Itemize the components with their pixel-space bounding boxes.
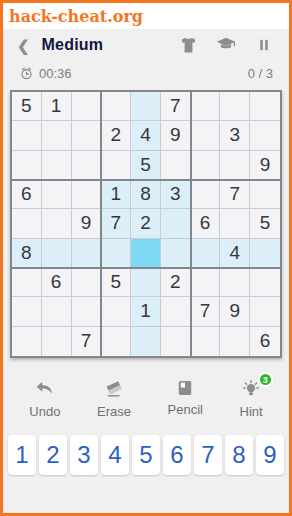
sudoku-cell[interactable] bbox=[101, 239, 131, 268]
sudoku-cell[interactable] bbox=[12, 297, 42, 326]
eraser-icon bbox=[103, 378, 125, 400]
numpad-button-6[interactable]: 6 bbox=[163, 435, 191, 475]
sudoku-cell[interactable] bbox=[191, 239, 221, 268]
sudoku-cell[interactable] bbox=[250, 268, 280, 297]
sudoku-cell[interactable] bbox=[72, 268, 102, 297]
numpad-button-9[interactable]: 9 bbox=[256, 435, 284, 475]
sudoku-cell[interactable]: 1 bbox=[101, 180, 131, 209]
sudoku-cell[interactable] bbox=[101, 92, 131, 121]
sudoku-cell[interactable]: 8 bbox=[131, 180, 161, 209]
sudoku-cell[interactable] bbox=[161, 209, 191, 238]
sudoku-cell[interactable] bbox=[72, 180, 102, 209]
tshirt-icon bbox=[178, 35, 199, 56]
sudoku-cell[interactable] bbox=[161, 327, 191, 356]
sudoku-cell[interactable] bbox=[250, 297, 280, 326]
sudoku-cell[interactable] bbox=[220, 151, 250, 180]
back-chevron-icon: ❮ bbox=[17, 38, 30, 53]
sudoku-cell[interactable]: 5 bbox=[250, 209, 280, 238]
sudoku-cell[interactable] bbox=[161, 151, 191, 180]
sudoku-cell[interactable] bbox=[12, 209, 42, 238]
sudoku-cell[interactable] bbox=[72, 239, 102, 268]
sudoku-cell[interactable] bbox=[101, 327, 131, 356]
sudoku-cell[interactable] bbox=[220, 92, 250, 121]
undo-label: Undo bbox=[29, 404, 60, 419]
sudoku-cell[interactable]: 5 bbox=[12, 92, 42, 121]
sudoku-cell[interactable] bbox=[72, 151, 102, 180]
sudoku-cell[interactable]: 7 bbox=[72, 327, 102, 356]
sudoku-cell[interactable] bbox=[12, 151, 42, 180]
sudoku-cell[interactable]: 3 bbox=[220, 121, 250, 150]
back-button[interactable]: ❮ bbox=[17, 38, 30, 53]
site-banner: hack-cheat.org bbox=[3, 3, 289, 29]
sudoku-cell[interactable]: 2 bbox=[161, 268, 191, 297]
sudoku-cell[interactable] bbox=[42, 180, 72, 209]
sudoku-board: 51724935961837972658465217976 bbox=[10, 90, 282, 358]
timer: 00:36 bbox=[19, 66, 72, 81]
sudoku-cell[interactable] bbox=[42, 151, 72, 180]
sudoku-cell[interactable]: 1 bbox=[131, 297, 161, 326]
sudoku-cell[interactable] bbox=[131, 239, 161, 268]
sudoku-cell[interactable] bbox=[72, 92, 102, 121]
numpad-button-4[interactable]: 4 bbox=[101, 435, 129, 475]
timer-value: 00:36 bbox=[39, 66, 72, 81]
sudoku-cell[interactable]: 2 bbox=[101, 121, 131, 150]
grid-box-line bbox=[12, 267, 280, 269]
grid-box-line bbox=[190, 92, 192, 356]
sudoku-cell[interactable]: 1 bbox=[42, 92, 72, 121]
numpad-button-8[interactable]: 8 bbox=[225, 435, 253, 475]
sudoku-cell[interactable]: 7 bbox=[191, 297, 221, 326]
number-pad: 123456789 bbox=[3, 435, 289, 475]
sudoku-cell[interactable] bbox=[220, 327, 250, 356]
erase-button[interactable]: Erase bbox=[97, 378, 131, 419]
theme-button[interactable] bbox=[177, 34, 199, 56]
sudoku-cell[interactable]: 9 bbox=[72, 209, 102, 238]
sudoku-cell[interactable] bbox=[72, 121, 102, 150]
hint-label: Hint bbox=[240, 404, 263, 419]
pencil-label: Pencil bbox=[168, 402, 203, 417]
grid-box-line bbox=[12, 179, 280, 181]
numpad-button-2[interactable]: 2 bbox=[39, 435, 67, 475]
header: ❮ Medium bbox=[3, 29, 289, 61]
pause-icon bbox=[255, 36, 273, 54]
sudoku-cell[interactable] bbox=[191, 327, 221, 356]
sudoku-cell[interactable]: 4 bbox=[131, 121, 161, 150]
sudoku-cell[interactable]: 6 bbox=[250, 327, 280, 356]
sudoku-cell[interactable] bbox=[42, 121, 72, 150]
pause-button[interactable] bbox=[253, 34, 275, 56]
sudoku-cell[interactable] bbox=[250, 92, 280, 121]
graduation-cap-icon bbox=[215, 34, 237, 56]
sudoku-cell[interactable] bbox=[42, 209, 72, 238]
sudoku-cell[interactable] bbox=[161, 297, 191, 326]
sudoku-cell[interactable] bbox=[191, 121, 221, 150]
pencil-button[interactable]: Pencil bbox=[168, 378, 203, 419]
sudoku-cell[interactable]: 2 bbox=[131, 209, 161, 238]
site-banner-text: hack-cheat.org bbox=[9, 7, 143, 26]
undo-icon bbox=[34, 378, 56, 400]
sudoku-cell[interactable] bbox=[12, 268, 42, 297]
sudoku-cell[interactable] bbox=[250, 180, 280, 209]
numpad-button-5[interactable]: 5 bbox=[132, 435, 160, 475]
difficulty-title: Medium bbox=[42, 36, 104, 54]
hint-button[interactable]: 3 Hint bbox=[240, 378, 263, 419]
status-row: 00:36 0 / 3 bbox=[3, 61, 289, 85]
sudoku-cell[interactable]: 9 bbox=[250, 151, 280, 180]
sudoku-cell[interactable] bbox=[101, 297, 131, 326]
sudoku-cell[interactable] bbox=[191, 92, 221, 121]
sudoku-cell[interactable]: 4 bbox=[220, 239, 250, 268]
numpad-button-1[interactable]: 1 bbox=[8, 435, 36, 475]
sudoku-cell[interactable] bbox=[220, 268, 250, 297]
sudoku-cell[interactable]: 7 bbox=[161, 92, 191, 121]
sudoku-cell[interactable]: 7 bbox=[220, 180, 250, 209]
numpad-button-7[interactable]: 7 bbox=[194, 435, 222, 475]
sudoku-cell[interactable] bbox=[42, 239, 72, 268]
sudoku-cell[interactable] bbox=[131, 327, 161, 356]
mistakes-counter: 0 / 3 bbox=[248, 66, 273, 81]
sudoku-cell[interactable] bbox=[191, 268, 221, 297]
sudoku-cell[interactable] bbox=[220, 209, 250, 238]
sudoku-cell[interactable] bbox=[161, 239, 191, 268]
sudoku-grid: 51724935961837972658465217976 bbox=[12, 92, 280, 356]
numpad-button-3[interactable]: 3 bbox=[70, 435, 98, 475]
sudoku-cell[interactable]: 6 bbox=[191, 209, 221, 238]
grid-box-line bbox=[100, 92, 102, 356]
sudoku-cell[interactable]: 7 bbox=[101, 209, 131, 238]
sudoku-cell[interactable]: 8 bbox=[12, 239, 42, 268]
sudoku-cell[interactable]: 5 bbox=[131, 151, 161, 180]
sudoku-cell[interactable]: 5 bbox=[101, 268, 131, 297]
sudoku-cell[interactable] bbox=[42, 327, 72, 356]
sudoku-cell[interactable] bbox=[131, 92, 161, 121]
sudoku-cell[interactable] bbox=[191, 151, 221, 180]
sudoku-cell[interactable]: 9 bbox=[161, 121, 191, 150]
sudoku-cell[interactable] bbox=[12, 121, 42, 150]
sudoku-cell[interactable]: 9 bbox=[220, 297, 250, 326]
erase-label: Erase bbox=[97, 404, 131, 419]
sudoku-cell[interactable] bbox=[101, 151, 131, 180]
sudoku-cell[interactable]: 6 bbox=[12, 180, 42, 209]
hint-count-badge: 3 bbox=[258, 372, 273, 387]
sudoku-cell[interactable]: 3 bbox=[161, 180, 191, 209]
sudoku-cell[interactable] bbox=[42, 297, 72, 326]
undo-button[interactable]: Undo bbox=[29, 378, 60, 419]
notebook-icon bbox=[175, 378, 195, 398]
sudoku-cell[interactable] bbox=[12, 327, 42, 356]
lessons-button[interactable] bbox=[215, 34, 237, 56]
sudoku-cell[interactable] bbox=[72, 297, 102, 326]
sudoku-cell[interactable] bbox=[250, 239, 280, 268]
sudoku-cell[interactable] bbox=[250, 121, 280, 150]
toolbar: Undo Erase Pencil bbox=[3, 378, 289, 419]
alarm-clock-icon bbox=[19, 66, 34, 81]
sudoku-cell[interactable] bbox=[191, 180, 221, 209]
sudoku-cell[interactable]: 6 bbox=[42, 268, 72, 297]
sudoku-cell[interactable] bbox=[131, 268, 161, 297]
